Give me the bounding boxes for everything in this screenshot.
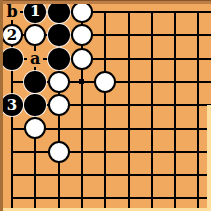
go-stone-white [71,48,93,70]
move-number: 1 [30,4,40,19]
go-stone-white [24,117,46,139]
go-stone-black [48,1,70,23]
go-stone-white-move-2: 2 [1,24,23,46]
board-cut-edge-right [207,105,211,211]
go-stone-white [71,1,93,23]
go-stone-white [48,71,70,93]
move-number: 2 [7,27,17,42]
point-label-a: a [27,51,43,67]
go-stone-white [48,94,70,116]
go-stone-white [24,24,46,46]
hoshi-star-point [79,79,84,84]
board-edge-left [0,0,3,211]
go-stone-white [48,141,70,163]
go-board: ba123 [0,0,211,211]
go-stone-black [24,71,46,93]
go-stone-white [94,71,116,93]
board-grid: ba123 [0,0,210,210]
go-stone-black [1,48,23,70]
go-stone-black [24,94,46,116]
point-label-b: b [4,4,20,20]
board-edge-top [0,0,211,4]
go-stone-black [48,48,70,70]
go-stone-white [71,24,93,46]
move-number: 3 [7,97,17,112]
board-cut-edge-bottom [0,208,211,211]
go-stone-black [48,24,70,46]
go-stone-black-move-1: 1 [24,1,46,23]
go-stone-black-move-3: 3 [1,94,23,116]
